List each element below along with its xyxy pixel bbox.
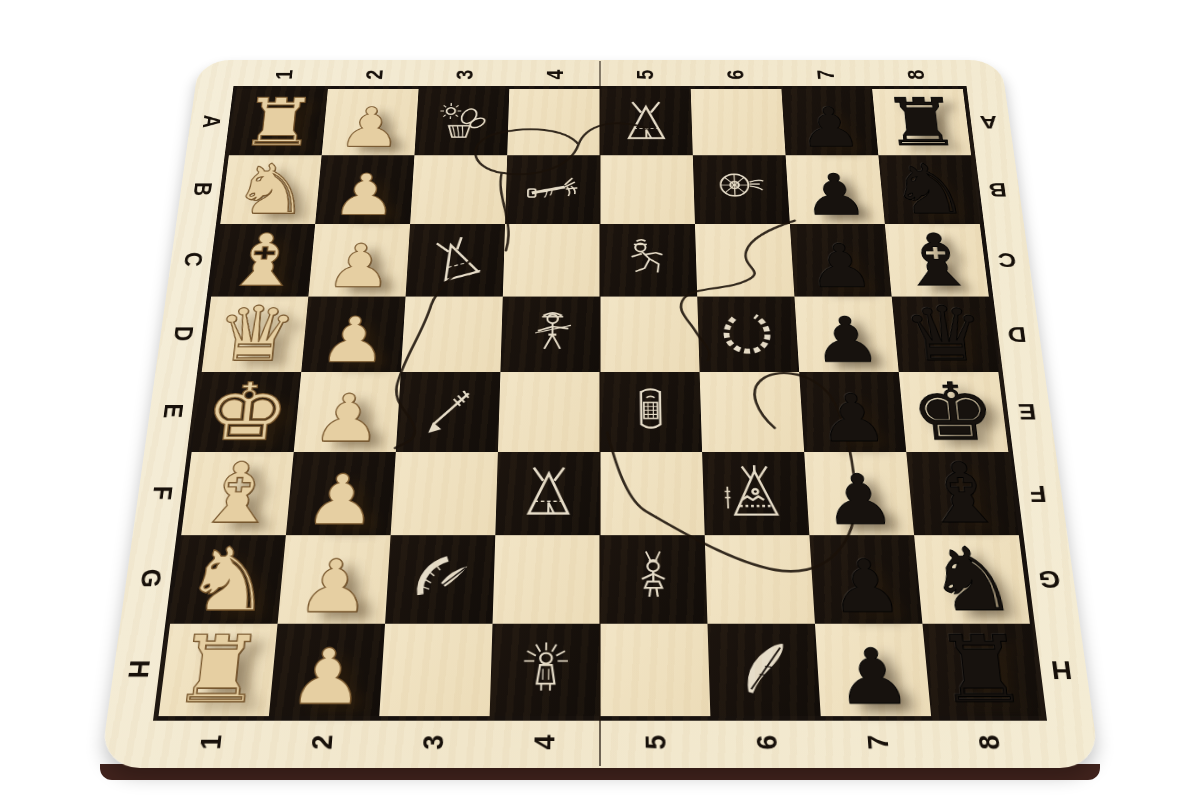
piece-black-pawn-c7[interactable]: ♟	[806, 238, 877, 295]
square-b1[interactable]: ♞	[220, 155, 321, 224]
sheriff-icon	[515, 307, 587, 362]
piece-white-pawn-b2[interactable]: ♟	[330, 168, 399, 222]
piece-black-rook-a8[interactable]: ♜	[880, 91, 963, 153]
running-boy-icon	[613, 234, 683, 286]
square-f4[interactable]	[495, 452, 600, 536]
square-e1[interactable]: ♚	[192, 372, 302, 452]
dreamcatcher-icon	[706, 164, 776, 214]
piece-black-bishop-c8[interactable]: ♝	[893, 226, 980, 294]
square-g8[interactable]: ♞	[914, 535, 1030, 623]
square-h2[interactable]: ♟	[269, 623, 385, 716]
piece-white-pawn-g2[interactable]: ♟	[295, 552, 374, 621]
square-g1[interactable]: ♞	[170, 535, 286, 623]
piece-black-queen-d8[interactable]: ♛	[900, 299, 990, 371]
piece-white-pawn-e2[interactable]: ♟	[310, 387, 384, 449]
piece-white-king-e1[interactable]: ♚	[200, 375, 292, 450]
square-h7[interactable]: ♟	[815, 623, 931, 716]
piece-white-pawn-d2[interactable]: ♟	[317, 311, 390, 370]
piece-black-pawn-g7[interactable]: ♟	[827, 552, 906, 621]
square-d5[interactable]	[600, 296, 700, 372]
square-f2[interactable]: ♟	[286, 452, 396, 536]
square-c4[interactable]	[503, 224, 600, 296]
square-f7[interactable]: ♟	[804, 452, 914, 536]
square-f3[interactable]	[391, 452, 498, 536]
piece-white-bishop-f1[interactable]: ♝	[190, 454, 285, 533]
piece-white-bishop-c1[interactable]: ♝	[220, 226, 307, 294]
piece-white-rook-h1[interactable]: ♜	[168, 626, 268, 714]
coord-label-3: 3	[443, 41, 485, 109]
square-d6[interactable]	[697, 296, 799, 372]
square-f5[interactable]	[600, 452, 705, 536]
piece-white-pawn-a2[interactable]: ♟	[336, 102, 403, 154]
piece-black-pawn-h7[interactable]: ♟	[833, 641, 914, 714]
native-child-icon	[615, 547, 692, 610]
square-c7[interactable]: ♟	[790, 224, 892, 296]
teepee-icon	[510, 463, 585, 523]
piece-black-pawn-f7[interactable]: ♟	[821, 468, 897, 534]
square-a7[interactable]: ♟	[781, 89, 878, 155]
square-c2[interactable]: ♟	[308, 224, 410, 296]
square-d2[interactable]: ♟	[301, 296, 405, 372]
piece-black-pawn-a7[interactable]: ♟	[796, 102, 863, 154]
board-fold-seam	[599, 61, 601, 766]
piece-white-pawn-f2[interactable]: ♟	[302, 468, 378, 534]
piece-black-pawn-e7[interactable]: ♟	[816, 387, 890, 449]
square-b5[interactable]	[600, 155, 695, 224]
piece-black-pawn-d7[interactable]: ♟	[811, 311, 884, 370]
square-a1[interactable]: ♜	[229, 89, 328, 155]
chess-board: ABCDEFGH ABCDEFGH 12345678 12345678 ♜♟♟♜…	[100, 60, 1100, 768]
square-g6[interactable]	[705, 535, 815, 623]
board-scene: ABCDEFGH ABCDEFGH 12345678 12345678 ♜♟♟♜…	[0, 0, 1200, 799]
piece-white-queen-d1[interactable]: ♛	[210, 299, 300, 371]
coord-label-3: 3	[403, 691, 463, 795]
piece-white-rook-a1[interactable]: ♜	[237, 91, 320, 153]
piece-black-knight-g8[interactable]: ♞	[923, 538, 1020, 621]
coord-label-a: A	[963, 89, 1014, 155]
square-d7[interactable]: ♟	[794, 296, 898, 372]
square-d1[interactable]: ♛	[202, 296, 309, 372]
coord-label-h: H	[1030, 623, 1093, 716]
coord-label-4: 4	[515, 691, 572, 795]
square-e4[interactable]	[498, 372, 600, 452]
square-b6[interactable]	[693, 155, 790, 224]
square-e6[interactable]	[700, 372, 805, 452]
coord-label-f: F	[1008, 452, 1067, 536]
peace-pipe-icon	[519, 164, 587, 214]
piece-black-rook-h8[interactable]: ♜	[932, 626, 1032, 714]
arrow-icon	[411, 383, 486, 440]
square-b3[interactable]	[410, 155, 507, 224]
square-e8[interactable]: ♚	[899, 372, 1009, 452]
tilted-teepee-icon	[420, 234, 492, 286]
coord-label-g: G	[1019, 535, 1080, 623]
patterned-teepee-icon	[717, 463, 794, 523]
piece-black-pawn-b7[interactable]: ♟	[801, 168, 870, 222]
coord-label-5: 5	[625, 41, 665, 109]
square-b7[interactable]: ♟	[786, 155, 885, 224]
piece-white-knight-g1[interactable]: ♞	[179, 538, 276, 621]
square-c6[interactable]	[695, 224, 794, 296]
coord-label-4: 4	[535, 41, 575, 109]
square-a2[interactable]: ♟	[322, 89, 419, 155]
square-g3[interactable]	[385, 535, 495, 623]
square-c3[interactable]	[406, 224, 505, 296]
square-e3[interactable]	[396, 372, 501, 452]
square-e5[interactable]	[600, 372, 702, 452]
square-f6[interactable]	[702, 452, 809, 536]
coord-label-d: D	[989, 296, 1045, 372]
square-h1[interactable]: ♜	[159, 623, 278, 716]
piece-black-knight-b8[interactable]: ♞	[886, 157, 971, 222]
piece-black-king-e8[interactable]: ♚	[907, 375, 999, 450]
coord-label-c: C	[980, 224, 1034, 296]
square-g7[interactable]: ♟	[809, 535, 922, 623]
piece-white-pawn-h2[interactable]: ♟	[286, 641, 367, 714]
square-f1[interactable]: ♝	[181, 452, 294, 536]
coord-label-6: 6	[715, 41, 757, 109]
square-g5[interactable]	[600, 535, 707, 623]
coord-label-6: 6	[737, 691, 797, 795]
piece-white-knight-b1[interactable]: ♞	[228, 157, 313, 222]
square-d3[interactable]	[401, 296, 503, 372]
coord-label-e: E	[998, 372, 1055, 452]
square-e2[interactable]: ♟	[294, 372, 401, 452]
square-h8[interactable]: ♜	[922, 623, 1041, 716]
square-g4[interactable]	[493, 535, 600, 623]
quiver-feather-icon	[401, 547, 480, 610]
coord-label-b: B	[971, 155, 1024, 224]
square-d4[interactable]	[500, 296, 600, 372]
cradleboard-icon	[614, 383, 687, 440]
coord-label-5: 5	[627, 691, 684, 795]
square-g2[interactable]: ♟	[278, 535, 391, 623]
square-e7[interactable]: ♟	[799, 372, 906, 452]
horseshoe-icon	[711, 307, 784, 362]
square-c1[interactable]: ♝	[211, 224, 315, 296]
piece-black-bishop-f8[interactable]: ♝	[915, 454, 1010, 533]
square-a8[interactable]: ♜	[872, 89, 971, 155]
square-b2[interactable]: ♟	[315, 155, 414, 224]
square-b4[interactable]	[505, 155, 600, 224]
square-b8[interactable]: ♞	[878, 155, 979, 224]
piece-white-pawn-c2[interactable]: ♟	[324, 238, 395, 295]
square-d8[interactable]: ♛	[892, 296, 999, 372]
square-f8[interactable]: ♝	[906, 452, 1019, 536]
square-c5[interactable]	[600, 224, 697, 296]
square-c8[interactable]: ♝	[885, 224, 989, 296]
